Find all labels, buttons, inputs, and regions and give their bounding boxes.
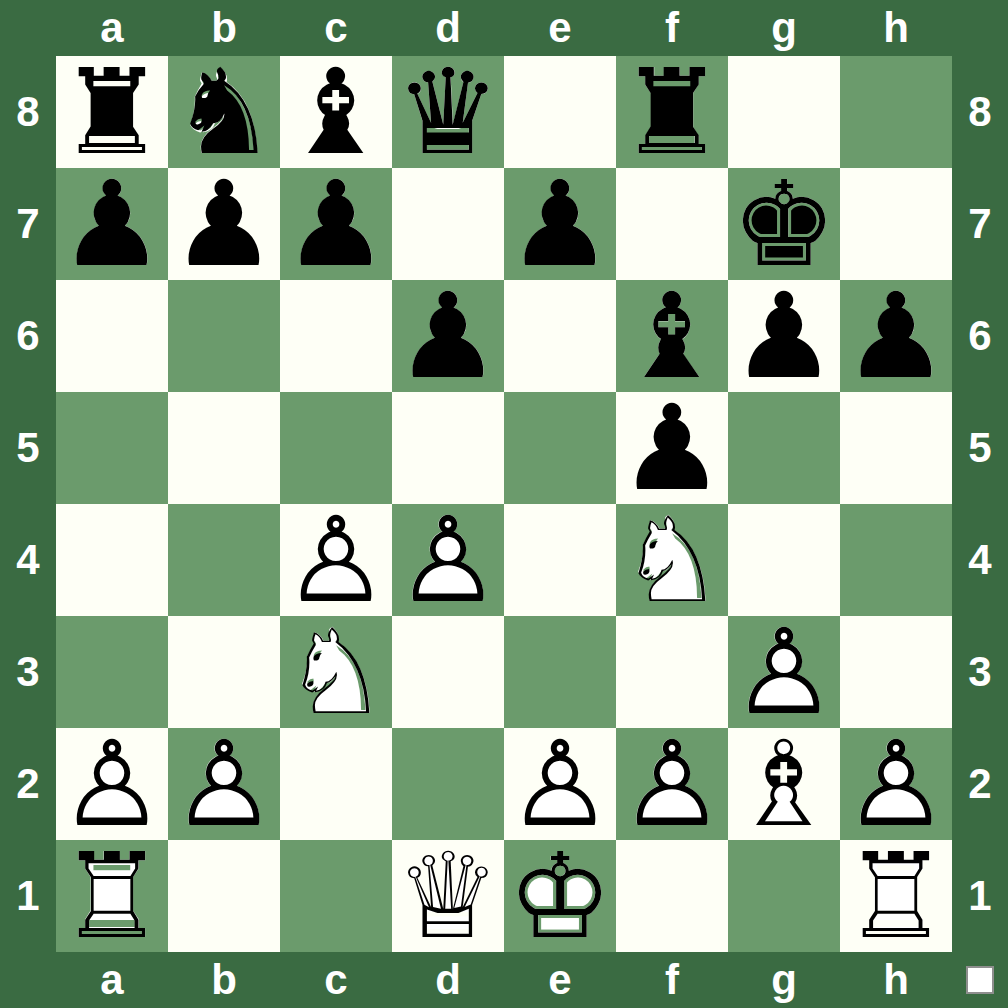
square-e1[interactable]: ♚♔ [504,840,616,952]
piece-outline-glyph: ♕ [392,840,504,952]
square-f6[interactable]: ♗♝ [616,280,728,392]
white-to-move-indicator [966,966,994,994]
square-e8[interactable] [504,56,616,168]
square-a5[interactable] [56,392,168,504]
square-b8[interactable]: ♘♞ [168,56,280,168]
square-b5[interactable] [168,392,280,504]
piece-white-pawn[interactable]: ♟♙ [392,504,504,616]
square-h2[interactable]: ♟♙ [840,728,952,840]
piece-outline-glyph: ♙ [280,504,392,616]
file-label-b-bottom: b [168,952,280,1008]
piece-outline-glyph: ♘ [280,616,392,728]
square-d6[interactable]: ♙♟ [392,280,504,392]
piece-outline-glyph: ♙ [840,728,952,840]
rank-label-7-left: 7 [0,168,56,280]
rank-label-2-left: 2 [0,728,56,840]
piece-fill-glyph: ♟ [56,168,168,280]
rank-label-3-left: 3 [0,616,56,728]
file-label-g-top: g [728,0,840,56]
piece-black-pawn[interactable]: ♙♟ [56,168,168,280]
piece-black-pawn[interactable]: ♙♟ [840,280,952,392]
piece-black-knight[interactable]: ♘♞ [168,56,280,168]
piece-outline-glyph: ♔ [504,840,616,952]
square-d2[interactable] [392,728,504,840]
piece-white-pawn[interactable]: ♟♙ [168,728,280,840]
square-a3[interactable] [56,616,168,728]
rank-label-8-right: 8 [952,56,1008,168]
frame-corner [0,0,56,56]
piece-fill-glyph: ♝ [280,56,392,168]
piece-outline-glyph: ♙ [504,728,616,840]
piece-outline-glyph: ♙ [728,616,840,728]
rank-label-4-right: 4 [952,504,1008,616]
square-d4[interactable]: ♟♙ [392,504,504,616]
piece-white-king[interactable]: ♚♔ [504,840,616,952]
square-b7[interactable]: ♙♟ [168,168,280,280]
square-f4[interactable]: ♞♘ [616,504,728,616]
piece-black-pawn[interactable]: ♙♟ [280,168,392,280]
square-h6[interactable]: ♙♟ [840,280,952,392]
square-f1[interactable] [616,840,728,952]
piece-fill-glyph: ♟ [280,168,392,280]
square-e5[interactable] [504,392,616,504]
piece-white-knight[interactable]: ♞♘ [616,504,728,616]
piece-white-pawn[interactable]: ♟♙ [280,504,392,616]
square-f8[interactable]: ♖♜ [616,56,728,168]
piece-fill-glyph: ♟ [168,168,280,280]
piece-white-pawn[interactable]: ♟♙ [728,616,840,728]
square-g6[interactable]: ♙♟ [728,280,840,392]
square-h7[interactable] [840,168,952,280]
square-c3[interactable]: ♞♘ [280,616,392,728]
square-c6[interactable] [280,280,392,392]
square-c5[interactable] [280,392,392,504]
piece-white-pawn[interactable]: ♟♙ [616,728,728,840]
piece-fill-glyph: ♟ [840,280,952,392]
piece-white-pawn[interactable]: ♟♙ [56,728,168,840]
piece-fill-glyph: ♟ [392,280,504,392]
piece-white-bishop[interactable]: ♝♗ [728,728,840,840]
rank-label-1-right: 1 [952,840,1008,952]
piece-fill-glyph: ♞ [168,56,280,168]
square-a2[interactable]: ♟♙ [56,728,168,840]
piece-white-rook[interactable]: ♜♖ [840,840,952,952]
square-e2[interactable]: ♟♙ [504,728,616,840]
piece-black-rook[interactable]: ♖♜ [616,56,728,168]
rank-label-3-right: 3 [952,616,1008,728]
piece-black-bishop[interactable]: ♗♝ [616,280,728,392]
piece-black-pawn[interactable]: ♙♟ [728,280,840,392]
file-label-e-top: e [504,0,616,56]
square-e4[interactable] [504,504,616,616]
piece-fill-glyph: ♝ [616,280,728,392]
piece-black-pawn[interactable]: ♙♟ [616,392,728,504]
square-b1[interactable] [168,840,280,952]
square-a6[interactable] [56,280,168,392]
file-label-f-bottom: f [616,952,728,1008]
square-g5[interactable] [728,392,840,504]
piece-black-pawn[interactable]: ♙♟ [168,168,280,280]
piece-fill-glyph: ♟ [504,168,616,280]
piece-fill-glyph: ♛ [392,56,504,168]
square-g3[interactable]: ♟♙ [728,616,840,728]
piece-fill-glyph: ♜ [616,56,728,168]
piece-white-queen[interactable]: ♛♕ [392,840,504,952]
piece-white-pawn[interactable]: ♟♙ [840,728,952,840]
piece-outline-glyph: ♖ [56,840,168,952]
square-f7[interactable] [616,168,728,280]
square-a8[interactable]: ♖♜ [56,56,168,168]
square-c2[interactable] [280,728,392,840]
file-label-c-bottom: c [280,952,392,1008]
piece-fill-glyph: ♜ [56,56,168,168]
square-d7[interactable] [392,168,504,280]
piece-black-pawn[interactable]: ♙♟ [504,168,616,280]
square-d5[interactable] [392,392,504,504]
square-h1[interactable]: ♜♖ [840,840,952,952]
square-c1[interactable] [280,840,392,952]
rank-label-4-left: 4 [0,504,56,616]
piece-fill-glyph: ♟ [616,392,728,504]
square-g4[interactable] [728,504,840,616]
square-g7[interactable]: ♔♚ [728,168,840,280]
frame-corner [0,952,56,1008]
piece-black-bishop[interactable]: ♗♝ [280,56,392,168]
square-g8[interactable] [728,56,840,168]
file-label-g-bottom: g [728,952,840,1008]
rank-label-5-left: 5 [0,392,56,504]
piece-black-pawn[interactable]: ♙♟ [392,280,504,392]
square-c7[interactable]: ♙♟ [280,168,392,280]
rank-label-7-right: 7 [952,168,1008,280]
square-b2[interactable]: ♟♙ [168,728,280,840]
square-d8[interactable]: ♕♛ [392,56,504,168]
piece-outline-glyph: ♖ [840,840,952,952]
piece-outline-glyph: ♙ [56,728,168,840]
square-a4[interactable] [56,504,168,616]
square-h5[interactable] [840,392,952,504]
square-b3[interactable] [168,616,280,728]
rank-label-8-left: 8 [0,56,56,168]
square-h8[interactable] [840,56,952,168]
square-e7[interactable]: ♙♟ [504,168,616,280]
piece-fill-glyph: ♚ [728,168,840,280]
square-f2[interactable]: ♟♙ [616,728,728,840]
frame-corner-indicator [952,952,1008,1008]
square-g2[interactable]: ♝♗ [728,728,840,840]
piece-outline-glyph: ♙ [616,728,728,840]
piece-outline-glyph: ♘ [616,504,728,616]
square-g1[interactable] [728,840,840,952]
square-f5[interactable]: ♙♟ [616,392,728,504]
file-label-h-top: h [840,0,952,56]
square-c4[interactable]: ♟♙ [280,504,392,616]
piece-fill-glyph: ♟ [728,280,840,392]
piece-white-rook[interactable]: ♜♖ [56,840,168,952]
square-b6[interactable] [168,280,280,392]
frame-corner [952,0,1008,56]
piece-outline-glyph: ♙ [168,728,280,840]
piece-white-knight[interactable]: ♞♘ [280,616,392,728]
piece-outline-glyph: ♗ [728,728,840,840]
rank-label-1-left: 1 [0,840,56,952]
square-d1[interactable]: ♛♕ [392,840,504,952]
piece-white-pawn[interactable]: ♟♙ [504,728,616,840]
piece-outline-glyph: ♙ [392,504,504,616]
square-c8[interactable]: ♗♝ [280,56,392,168]
square-e6[interactable] [504,280,616,392]
square-f3[interactable] [616,616,728,728]
piece-black-king[interactable]: ♔♚ [728,168,840,280]
rank-label-2-right: 2 [952,728,1008,840]
rank-label-5-right: 5 [952,392,1008,504]
square-h3[interactable] [840,616,952,728]
square-d3[interactable] [392,616,504,728]
square-h4[interactable] [840,504,952,616]
rank-label-6-right: 6 [952,280,1008,392]
piece-black-rook[interactable]: ♖♜ [56,56,168,168]
square-a1[interactable]: ♜♖ [56,840,168,952]
chess-board: abcdefgh8♖♜♘♞♗♝♕♛♖♜87♙♟♙♟♙♟♙♟♔♚76♙♟♗♝♙♟♙… [0,0,1008,1008]
rank-label-6-left: 6 [0,280,56,392]
square-e3[interactable] [504,616,616,728]
square-b4[interactable] [168,504,280,616]
piece-black-queen[interactable]: ♕♛ [392,56,504,168]
square-a7[interactable]: ♙♟ [56,168,168,280]
